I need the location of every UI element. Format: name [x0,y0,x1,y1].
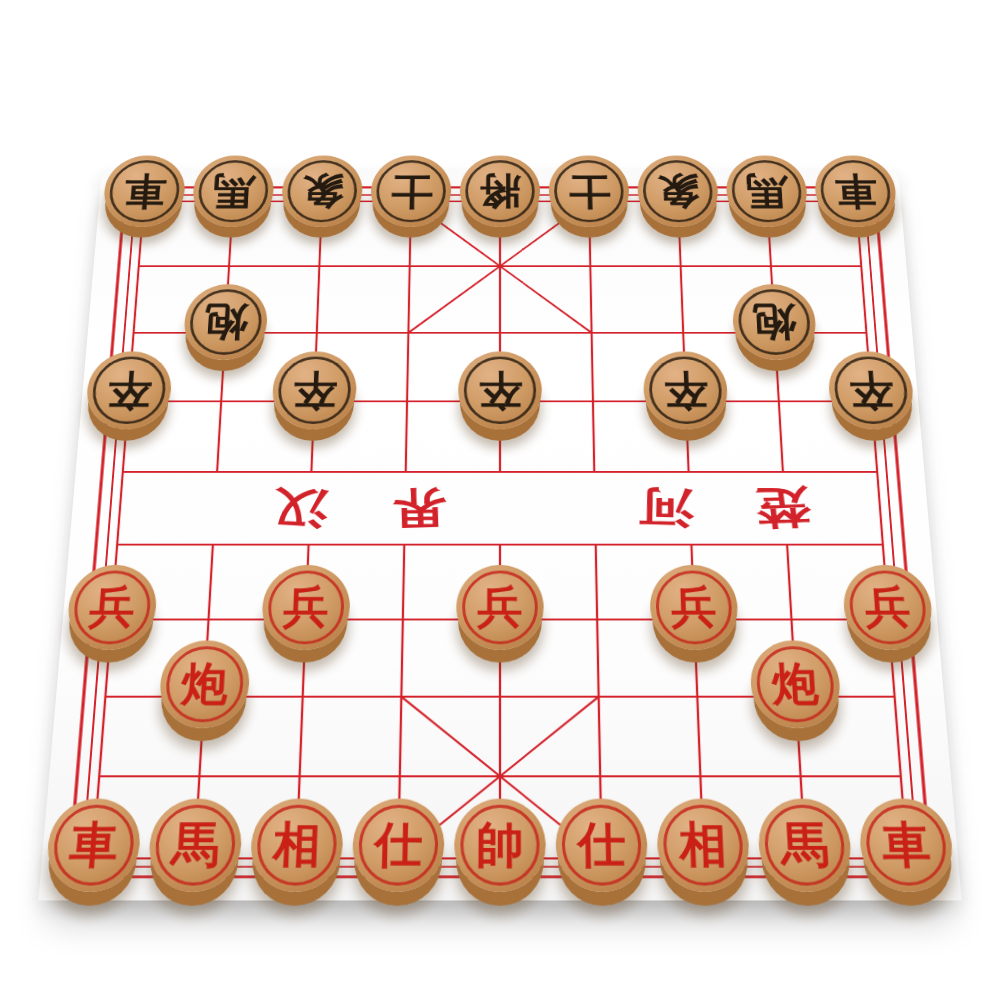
piece-black-soldier[interactable]: 卒 [826,351,915,429]
black-chariot-glyph: 車 [122,172,167,209]
black-horse-glyph: 馬 [211,172,255,209]
piece-red-advisor[interactable]: 仕 [351,799,444,892]
black-elephant-glyph: 象 [301,172,344,209]
red-cannon-glyph: 炮 [771,660,820,706]
red-soldier-glyph: 兵 [88,584,137,628]
red-elephant-glyph: 相 [678,820,728,869]
red-horse-glyph: 馬 [779,820,830,869]
piece-red-soldier[interactable]: 兵 [261,565,352,650]
piece-black-horse[interactable]: 馬 [191,156,275,228]
red-general-glyph: 帥 [476,820,524,869]
piece-black-elephant[interactable]: 象 [637,156,720,228]
black-cannon-glyph: 炮 [752,302,797,342]
piece-black-advisor[interactable]: 士 [548,156,629,228]
black-advisor-glyph: 士 [390,172,432,209]
product-photo-stage: 汉 界 河 楚 車馬象士將士象馬車炮炮卒卒卒卒卒兵兵兵兵兵炮炮車馬相仕帥仕相馬車 [0,0,1000,1000]
red-soldier-glyph: 兵 [477,584,523,628]
piece-black-horse[interactable]: 馬 [725,156,809,228]
piece-red-soldier[interactable]: 兵 [841,565,935,650]
piece-red-horse[interactable]: 馬 [757,799,854,892]
red-elephant-glyph: 相 [272,820,322,869]
black-soldier-glyph: 卒 [292,370,337,411]
piece-black-soldier[interactable]: 卒 [458,351,542,429]
black-soldier-glyph: 卒 [478,370,522,411]
piece-black-chariot[interactable]: 車 [813,156,899,228]
black-cannon-glyph: 炮 [203,302,248,342]
red-advisor-glyph: 仕 [577,820,626,869]
piece-red-cannon[interactable]: 炮 [749,640,843,728]
xiangqi-board: 汉 界 河 楚 車馬象士將士象馬車炮炮卒卒卒卒卒兵兵兵兵兵炮炮車馬相仕帥仕相馬車 [38,170,961,901]
piece-red-horse[interactable]: 馬 [147,799,244,892]
red-cannon-glyph: 炮 [180,660,229,706]
piece-red-chariot[interactable]: 車 [44,799,143,892]
piece-red-chariot[interactable]: 車 [857,799,956,892]
piece-red-cannon[interactable]: 炮 [158,640,252,728]
black-soldier-glyph: 卒 [848,370,895,411]
piece-red-general[interactable]: 帥 [454,799,546,892]
piece-red-soldier[interactable]: 兵 [65,565,159,650]
piece-black-soldier[interactable]: 卒 [643,351,729,429]
black-soldier-glyph: 卒 [106,370,153,411]
piece-red-advisor[interactable]: 仕 [555,799,648,892]
black-soldier-glyph: 卒 [663,370,708,411]
piece-red-soldier[interactable]: 兵 [649,565,740,650]
red-soldier-glyph: 兵 [863,584,912,628]
black-general-glyph: 將 [479,172,521,209]
piece-black-elephant[interactable]: 象 [281,156,364,228]
piece-red-soldier[interactable]: 兵 [456,565,544,650]
red-horse-glyph: 馬 [170,820,221,869]
red-soldier-glyph: 兵 [282,584,329,628]
piece-black-soldier[interactable]: 卒 [84,351,173,429]
piece-black-general[interactable]: 將 [460,156,541,228]
piece-red-elephant[interactable]: 相 [249,799,344,892]
red-soldier-glyph: 兵 [670,584,717,628]
piece-red-elephant[interactable]: 相 [656,799,751,892]
red-advisor-glyph: 仕 [374,820,423,869]
red-chariot-glyph: 車 [68,820,119,869]
black-elephant-glyph: 象 [656,172,699,209]
black-advisor-glyph: 士 [568,172,610,209]
piece-black-advisor[interactable]: 士 [370,156,451,228]
piece-black-cannon[interactable]: 炮 [731,284,818,360]
piece-black-cannon[interactable]: 炮 [182,284,269,360]
red-chariot-glyph: 車 [880,820,931,869]
pieces-layer: 車馬象士將士象馬車炮炮卒卒卒卒卒兵兵兵兵兵炮炮車馬相仕帥仕相馬車 [38,170,961,901]
piece-black-chariot[interactable]: 車 [101,156,187,228]
black-chariot-glyph: 車 [833,172,878,209]
piece-black-soldier[interactable]: 卒 [271,351,357,429]
black-horse-glyph: 馬 [745,172,789,209]
